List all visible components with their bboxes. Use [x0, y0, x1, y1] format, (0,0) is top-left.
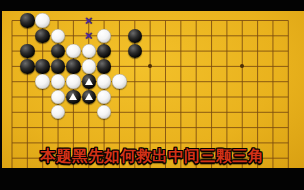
video-frame: ×× 本题黑先如何救出中间三颗三角	[0, 0, 304, 190]
black-stone	[35, 59, 49, 73]
black-stone	[20, 59, 34, 73]
letterbox-bottom	[0, 168, 304, 190]
black-stone	[128, 44, 142, 58]
white-stone	[51, 29, 65, 43]
triangle-mark	[85, 78, 93, 85]
white-stone	[66, 44, 80, 58]
white-stone	[35, 74, 49, 88]
black-stone	[82, 90, 96, 104]
star-point	[240, 64, 244, 68]
white-stone	[51, 105, 65, 119]
white-stone	[82, 59, 96, 73]
stones-layer: ××	[4, 13, 296, 166]
white-stone	[51, 90, 65, 104]
star-point	[148, 64, 152, 68]
black-stone	[128, 29, 142, 43]
white-stone	[66, 74, 80, 88]
left-edge-strip	[0, 11, 2, 168]
caption-text: 本题黑先如何救出中间三颗三角	[0, 146, 304, 167]
black-stone	[51, 59, 65, 73]
black-stone	[66, 90, 80, 104]
triangle-mark	[85, 93, 93, 100]
white-stone	[51, 74, 65, 88]
white-stone	[82, 44, 96, 58]
white-stone	[97, 29, 111, 43]
x-mark: ×	[85, 29, 93, 42]
black-stone	[97, 44, 111, 58]
black-stone	[97, 59, 111, 73]
white-stone	[97, 105, 111, 119]
black-stone	[51, 44, 65, 58]
black-stone	[35, 29, 49, 43]
black-stone	[66, 59, 80, 73]
white-stone	[97, 90, 111, 104]
triangle-mark	[69, 93, 77, 100]
white-stone	[35, 13, 49, 27]
white-stone	[97, 74, 111, 88]
letterbox-top	[0, 0, 304, 11]
black-stone	[20, 13, 34, 27]
black-stone	[20, 44, 34, 58]
go-board: ××	[2, 11, 304, 168]
white-stone	[112, 74, 126, 88]
black-stone	[82, 74, 96, 88]
x-mark: ×	[85, 14, 93, 27]
